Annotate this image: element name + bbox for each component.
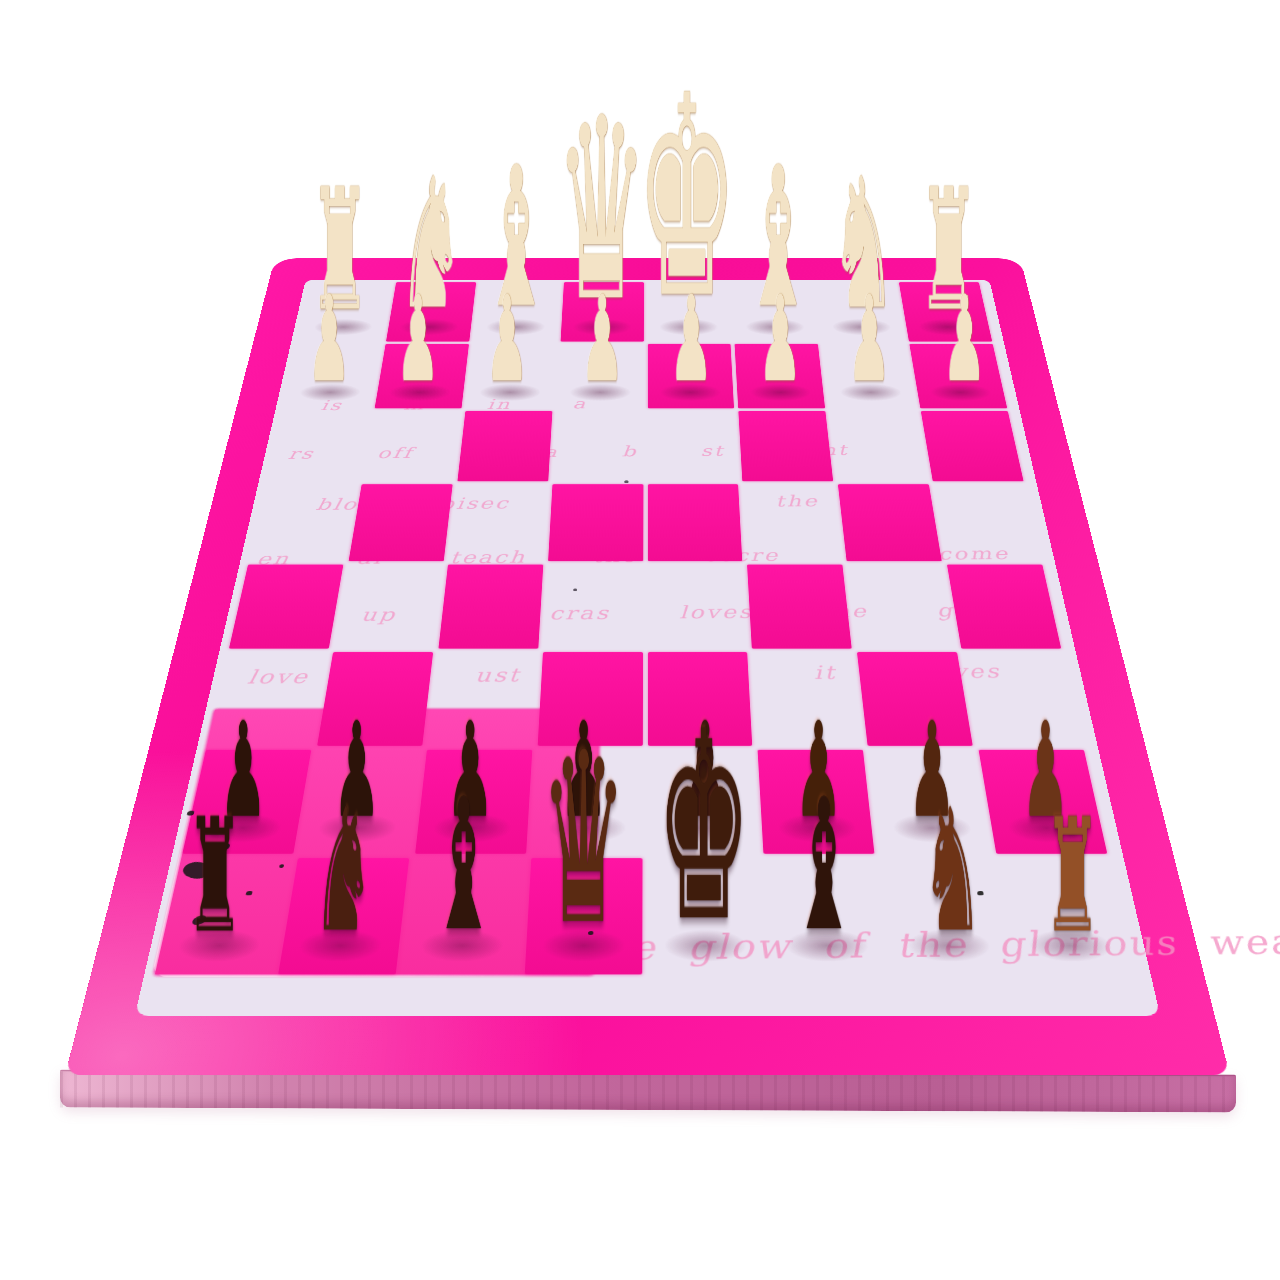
square-b3[interactable] <box>424 651 540 748</box>
square-e4[interactable] <box>931 483 1044 563</box>
square-f1[interactable] <box>865 748 994 856</box>
square-f8[interactable] <box>384 281 478 343</box>
square-e5[interactable] <box>919 410 1027 483</box>
photo-background: { "game": "chess", "scene_description": … <box>0 0 1280 1280</box>
square-a6[interactable] <box>550 410 645 483</box>
square-g4[interactable] <box>740 483 844 563</box>
square-c2[interactable] <box>295 748 424 856</box>
square-d2[interactable] <box>179 748 314 856</box>
square-g8[interactable] <box>296 281 394 343</box>
square-e2[interactable] <box>959 651 1086 748</box>
square-f2[interactable] <box>855 651 976 748</box>
square-d7[interactable] <box>463 343 558 410</box>
square-e3[interactable] <box>944 563 1064 651</box>
square-b1[interactable] <box>398 856 528 977</box>
square-d4[interactable] <box>226 563 346 651</box>
square-c4[interactable] <box>331 563 446 651</box>
square-h7[interactable] <box>813 281 907 343</box>
square-a2[interactable] <box>528 748 645 856</box>
square-a4[interactable] <box>540 563 645 651</box>
square-g1[interactable] <box>755 748 877 856</box>
square-c8[interactable] <box>645 281 732 343</box>
board-side-edge <box>60 1069 1236 1112</box>
square-f3[interactable] <box>845 563 960 651</box>
square-h4[interactable] <box>645 483 745 563</box>
square-c3[interactable] <box>314 651 435 748</box>
board-pink-border: is m in a whors off swalla b st lightblo… <box>65 258 1230 1075</box>
square-a3[interactable] <box>535 651 645 748</box>
square-h6[interactable] <box>733 343 828 410</box>
square-c5[interactable] <box>346 483 455 563</box>
square-e6[interactable] <box>264 410 372 483</box>
square-a1[interactable] <box>521 856 644 977</box>
square-h2[interactable] <box>645 651 755 748</box>
square-f7[interactable] <box>281 343 384 410</box>
square-c1[interactable] <box>275 856 412 977</box>
square-e7[interactable] <box>372 343 471 410</box>
square-h1[interactable] <box>645 748 761 856</box>
chess-board-scene: is m in a whors off swalla b st lightblo… <box>65 258 1230 1075</box>
square-a8[interactable] <box>729 281 820 343</box>
square-e1[interactable] <box>976 748 1111 856</box>
square-d3[interactable] <box>204 651 331 748</box>
square-b6[interactable] <box>455 410 554 483</box>
square-f5[interactable] <box>827 410 930 483</box>
square-f6[interactable] <box>907 343 1009 410</box>
square-h3[interactable] <box>645 563 750 651</box>
wood-grain-texture <box>60 1071 1236 1112</box>
square-d8[interactable] <box>558 281 645 343</box>
square-g7[interactable] <box>897 281 995 343</box>
square-h5[interactable] <box>645 410 740 483</box>
square-g5[interactable] <box>736 410 835 483</box>
square-g3[interactable] <box>745 563 855 651</box>
square-b7[interactable] <box>554 343 645 410</box>
square-b2[interactable] <box>412 748 535 856</box>
chess-board[interactable]: is m in a whors off swalla b st lightblo… <box>135 280 1161 1017</box>
square-g2[interactable] <box>750 651 866 748</box>
square-d1[interactable] <box>151 856 295 977</box>
square-c6[interactable] <box>360 410 464 483</box>
square-a7[interactable] <box>645 343 736 410</box>
square-e8[interactable] <box>471 281 562 343</box>
square-b4[interactable] <box>436 563 546 651</box>
square-a5[interactable] <box>545 483 645 563</box>
square-b5[interactable] <box>446 483 550 563</box>
square-f4[interactable] <box>836 483 945 563</box>
square-d5[interactable] <box>246 483 359 563</box>
square-g6[interactable] <box>820 343 919 410</box>
